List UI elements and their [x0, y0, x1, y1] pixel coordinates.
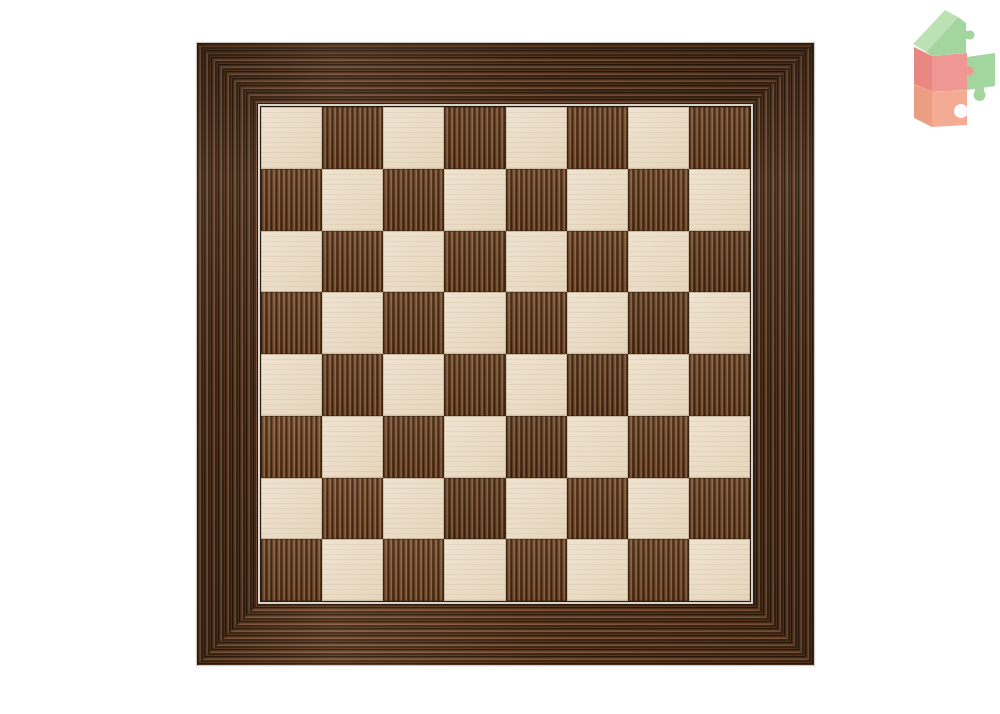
logo-roof-tab-neck [963, 31, 970, 39]
square-e2 [506, 478, 567, 540]
square-f6 [567, 231, 628, 293]
square-d7 [444, 169, 505, 231]
square-c3 [383, 416, 444, 478]
square-b2 [322, 478, 383, 540]
square-g2 [628, 478, 689, 540]
square-d3 [444, 416, 505, 478]
square-d6 [444, 231, 505, 293]
square-c7 [383, 169, 444, 231]
square-a4 [261, 354, 322, 416]
square-e4 [506, 354, 567, 416]
square-a6 [261, 231, 322, 293]
square-e6 [506, 231, 567, 293]
square-e8 [506, 107, 567, 169]
square-f5 [567, 292, 628, 354]
logo-mid-connector-tab [965, 67, 974, 76]
square-g4 [628, 354, 689, 416]
square-h7 [689, 169, 750, 231]
square-b3 [322, 416, 383, 478]
square-b4 [322, 354, 383, 416]
square-d2 [444, 478, 505, 540]
square-a5 [261, 292, 322, 354]
logo-bottom-notch [954, 104, 968, 118]
square-b5 [322, 292, 383, 354]
square-h1 [689, 539, 750, 601]
square-c1 [383, 539, 444, 601]
board-frame-bottom [197, 600, 814, 665]
puzzle-house-logo [902, 7, 997, 132]
square-c6 [383, 231, 444, 293]
square-h8 [689, 107, 750, 169]
square-d8 [444, 107, 505, 169]
square-e7 [506, 169, 567, 231]
square-c2 [383, 478, 444, 540]
square-c5 [383, 292, 444, 354]
chess-board [197, 43, 814, 665]
square-b8 [322, 107, 383, 169]
square-f2 [567, 478, 628, 540]
square-f4 [567, 354, 628, 416]
square-f1 [567, 539, 628, 601]
square-a1 [261, 539, 322, 601]
square-a7 [261, 169, 322, 231]
square-d5 [444, 292, 505, 354]
board-frame-right [749, 43, 814, 665]
square-h3 [689, 416, 750, 478]
logo-side-tab [974, 89, 986, 101]
square-c4 [383, 354, 444, 416]
square-c8 [383, 107, 444, 169]
board-squares [261, 107, 750, 601]
square-a8 [261, 107, 322, 169]
square-b6 [322, 231, 383, 293]
square-g6 [628, 231, 689, 293]
square-h6 [689, 231, 750, 293]
square-d4 [444, 354, 505, 416]
square-h4 [689, 354, 750, 416]
square-b7 [322, 169, 383, 231]
square-f7 [567, 169, 628, 231]
square-e1 [506, 539, 567, 601]
square-a3 [261, 416, 322, 478]
square-e5 [506, 292, 567, 354]
square-h5 [689, 292, 750, 354]
board-frame-top [197, 43, 814, 108]
square-f3 [567, 416, 628, 478]
square-g8 [628, 107, 689, 169]
square-g5 [628, 292, 689, 354]
square-g3 [628, 416, 689, 478]
square-a2 [261, 478, 322, 540]
square-e3 [506, 416, 567, 478]
square-b1 [322, 539, 383, 601]
board-frame-left [197, 43, 262, 665]
logo-mid-front-face [932, 53, 967, 92]
square-g7 [628, 169, 689, 231]
square-f8 [567, 107, 628, 169]
square-h2 [689, 478, 750, 540]
square-g1 [628, 539, 689, 601]
square-d1 [444, 539, 505, 601]
